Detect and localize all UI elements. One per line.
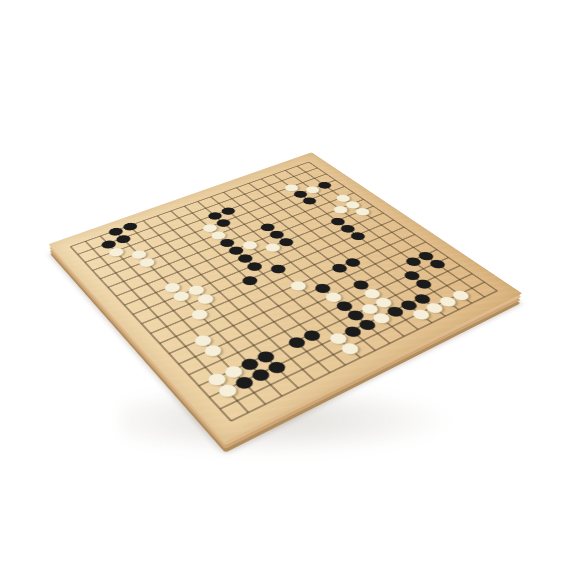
- black-stone[interactable]: ●: [339, 323, 364, 339]
- white-stone[interactable]: ●: [434, 293, 458, 307]
- black-stone[interactable]: ●: [283, 333, 308, 349]
- white-stone[interactable]: ●: [356, 301, 380, 316]
- black-stone[interactable]: ●: [236, 355, 261, 372]
- black-stone[interactable]: ●: [237, 273, 260, 287]
- black-stone[interactable]: ●: [411, 276, 434, 290]
- white-stone[interactable]: ●: [184, 282, 207, 296]
- white-stone[interactable]: ●: [407, 306, 431, 321]
- white-stone[interactable]: ●: [203, 369, 229, 387]
- white-stone[interactable]: ●: [187, 306, 210, 321]
- white-stone[interactable]: ●: [320, 289, 343, 303]
- white-stone[interactable]: ●: [160, 280, 183, 294]
- white-stone[interactable]: ●: [286, 278, 309, 292]
- black-stone[interactable]: ●: [331, 298, 355, 313]
- white-stone[interactable]: ●: [421, 300, 445, 315]
- white-stone[interactable]: ●: [193, 291, 216, 305]
- white-stone[interactable]: ●: [368, 310, 392, 325]
- black-stone[interactable]: ●: [348, 277, 371, 291]
- white-stone[interactable]: ●: [370, 294, 394, 308]
- white-stone[interactable]: ●: [169, 288, 192, 302]
- white-stone[interactable]: ●: [447, 287, 471, 301]
- black-stone[interactable]: ●: [252, 347, 277, 364]
- black-stone[interactable]: ●: [247, 365, 273, 382]
- black-stone[interactable]: ●: [409, 291, 433, 305]
- white-stone[interactable]: ●: [213, 380, 239, 398]
- white-stone[interactable]: ●: [336, 339, 361, 355]
- white-stone[interactable]: ●: [324, 330, 349, 346]
- black-stone[interactable]: ●: [396, 297, 420, 312]
- black-stone[interactable]: ●: [263, 358, 288, 375]
- black-stone[interactable]: ●: [354, 316, 378, 331]
- black-stone[interactable]: ●: [342, 307, 366, 322]
- black-stone[interactable]: ●: [382, 303, 406, 318]
- black-stone[interactable]: ●: [298, 327, 323, 343]
- white-stone[interactable]: ●: [199, 341, 224, 357]
- black-stone[interactable]: ●: [230, 373, 256, 391]
- white-stone[interactable]: ●: [220, 362, 245, 379]
- black-stone[interactable]: ●: [310, 280, 333, 294]
- black-stone[interactable]: ●: [399, 268, 422, 281]
- white-stone[interactable]: ●: [190, 331, 214, 347]
- white-stone[interactable]: ●: [359, 286, 382, 300]
- product-photo-canvas: { "game": "go", "scene": { "description_…: [0, 0, 585, 585]
